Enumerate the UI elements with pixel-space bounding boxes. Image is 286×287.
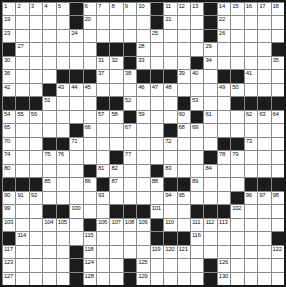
cell[interactable]: 40 xyxy=(190,69,203,82)
cell[interactable] xyxy=(230,245,243,258)
cell[interactable]: 76 xyxy=(56,150,69,163)
cell[interactable] xyxy=(29,218,42,231)
cell[interactable] xyxy=(257,42,270,55)
cell[interactable] xyxy=(123,191,136,204)
cell[interactable]: 105 xyxy=(56,218,69,231)
cell[interactable] xyxy=(244,245,257,258)
cell[interactable] xyxy=(42,245,55,258)
cell[interactable]: 114 xyxy=(15,231,28,244)
cell[interactable] xyxy=(29,272,42,285)
cell[interactable] xyxy=(56,164,69,177)
cell[interactable] xyxy=(56,123,69,136)
cell[interactable]: 88 xyxy=(150,177,163,190)
cell[interactable] xyxy=(257,218,270,231)
cell[interactable] xyxy=(163,272,176,285)
cell[interactable] xyxy=(15,137,28,150)
cell[interactable]: 120 xyxy=(163,245,176,258)
cell[interactable] xyxy=(29,29,42,42)
cell[interactable] xyxy=(230,218,243,231)
cell[interactable] xyxy=(257,123,270,136)
cell[interactable] xyxy=(42,231,55,244)
cell[interactable] xyxy=(230,258,243,271)
cell[interactable] xyxy=(42,15,55,28)
cell[interactable] xyxy=(257,69,270,82)
cell[interactable] xyxy=(244,258,257,271)
cell[interactable] xyxy=(83,42,96,55)
cell[interactable] xyxy=(203,123,216,136)
cell[interactable] xyxy=(257,204,270,217)
cell[interactable]: 77 xyxy=(123,150,136,163)
cell[interactable] xyxy=(56,15,69,28)
cell[interactable] xyxy=(15,218,28,231)
cell[interactable] xyxy=(203,96,216,109)
cell[interactable] xyxy=(15,204,28,217)
cell[interactable] xyxy=(56,272,69,285)
cell[interactable] xyxy=(190,137,203,150)
cell[interactable] xyxy=(190,42,203,55)
cell[interactable]: 109 xyxy=(136,218,149,231)
cell[interactable] xyxy=(69,231,82,244)
cell[interactable] xyxy=(244,272,257,285)
cell[interactable]: 80 xyxy=(2,164,15,177)
cell[interactable] xyxy=(244,29,257,42)
cell[interactable] xyxy=(177,150,190,163)
cell[interactable]: 91 xyxy=(15,191,28,204)
cell[interactable]: 90 xyxy=(2,191,15,204)
cell[interactable] xyxy=(177,137,190,150)
cell[interactable]: 100 xyxy=(69,204,82,217)
cell[interactable] xyxy=(136,150,149,163)
cell[interactable]: 43 xyxy=(56,83,69,96)
cell[interactable]: 14 xyxy=(217,2,230,15)
cell[interactable]: 35 xyxy=(271,56,284,69)
cell[interactable]: 41 xyxy=(244,69,257,82)
cell[interactable] xyxy=(271,272,284,285)
cell[interactable] xyxy=(257,272,270,285)
cell[interactable] xyxy=(217,123,230,136)
cell[interactable] xyxy=(42,164,55,177)
cell[interactable]: 16 xyxy=(244,2,257,15)
cell[interactable] xyxy=(29,204,42,217)
cell[interactable]: 104 xyxy=(42,218,55,231)
cell[interactable]: 29 xyxy=(203,42,216,55)
cell[interactable] xyxy=(96,29,109,42)
cell[interactable] xyxy=(271,137,284,150)
cell[interactable] xyxy=(136,245,149,258)
cell[interactable] xyxy=(271,218,284,231)
cell[interactable] xyxy=(56,42,69,55)
cell[interactable] xyxy=(15,69,28,82)
cell[interactable] xyxy=(163,110,176,123)
cell[interactable]: 108 xyxy=(123,218,136,231)
cell[interactable]: 17 xyxy=(257,2,270,15)
cell[interactable] xyxy=(69,191,82,204)
cell[interactable] xyxy=(230,15,243,28)
cell[interactable] xyxy=(217,42,230,55)
cell[interactable]: 67 xyxy=(123,123,136,136)
cell[interactable] xyxy=(244,150,257,163)
cell[interactable] xyxy=(96,258,109,271)
cell[interactable] xyxy=(96,272,109,285)
cell[interactable] xyxy=(96,137,109,150)
cell[interactable] xyxy=(96,231,109,244)
cell[interactable] xyxy=(271,258,284,271)
cell[interactable] xyxy=(177,204,190,217)
cell[interactable] xyxy=(15,83,28,96)
cell[interactable] xyxy=(177,258,190,271)
cell[interactable] xyxy=(244,56,257,69)
cell[interactable] xyxy=(15,258,28,271)
cell[interactable]: 124 xyxy=(83,258,96,271)
cell[interactable]: 33 xyxy=(136,56,149,69)
cell[interactable]: 15 xyxy=(230,2,243,15)
cell[interactable]: 65 xyxy=(2,123,15,136)
cell[interactable] xyxy=(257,258,270,271)
cell[interactable]: 44 xyxy=(69,83,82,96)
cell[interactable] xyxy=(163,96,176,109)
cell[interactable] xyxy=(83,191,96,204)
cell[interactable]: 36 xyxy=(2,69,15,82)
cell[interactable] xyxy=(69,96,82,109)
cell[interactable] xyxy=(136,231,149,244)
cell[interactable] xyxy=(15,29,28,42)
cell[interactable] xyxy=(150,150,163,163)
cell[interactable] xyxy=(244,204,257,217)
cell[interactable] xyxy=(136,177,149,190)
cell[interactable]: 89 xyxy=(190,177,203,190)
cell[interactable] xyxy=(29,15,42,28)
cell[interactable]: 49 xyxy=(217,83,230,96)
cell[interactable]: 122 xyxy=(271,245,284,258)
cell[interactable] xyxy=(244,164,257,177)
cell[interactable]: 118 xyxy=(83,245,96,258)
cell[interactable] xyxy=(190,164,203,177)
cell[interactable] xyxy=(29,137,42,150)
cell[interactable] xyxy=(69,56,82,69)
cell[interactable] xyxy=(56,96,69,109)
cell[interactable] xyxy=(217,177,230,190)
cell[interactable] xyxy=(69,164,82,177)
cell[interactable]: 102 xyxy=(230,204,243,217)
cell[interactable] xyxy=(109,231,122,244)
cell[interactable]: 25 xyxy=(150,29,163,42)
cell[interactable]: 55 xyxy=(15,110,28,123)
cell[interactable] xyxy=(96,150,109,163)
cell[interactable] xyxy=(83,96,96,109)
cell[interactable]: 128 xyxy=(83,272,96,285)
cell[interactable]: 86 xyxy=(83,177,96,190)
cell[interactable]: 112 xyxy=(203,218,216,231)
cell[interactable]: 37 xyxy=(96,69,109,82)
cell[interactable] xyxy=(42,56,55,69)
cell[interactable] xyxy=(271,150,284,163)
cell[interactable]: 130 xyxy=(217,272,230,285)
cell[interactable]: 73 xyxy=(244,137,257,150)
cell[interactable] xyxy=(257,137,270,150)
cell[interactable] xyxy=(109,191,122,204)
cell[interactable] xyxy=(136,123,149,136)
cell[interactable]: 58 xyxy=(109,110,122,123)
cell[interactable]: 107 xyxy=(109,218,122,231)
cell[interactable] xyxy=(123,231,136,244)
cell[interactable]: 34 xyxy=(203,56,216,69)
cell[interactable]: 6 xyxy=(83,2,96,15)
cell[interactable] xyxy=(271,123,284,136)
cell[interactable] xyxy=(257,164,270,177)
cell[interactable] xyxy=(190,150,203,163)
cell[interactable] xyxy=(177,83,190,96)
cell[interactable] xyxy=(150,96,163,109)
cell[interactable] xyxy=(136,137,149,150)
cell[interactable] xyxy=(150,123,163,136)
cell[interactable]: 97 xyxy=(257,191,270,204)
cell[interactable] xyxy=(109,272,122,285)
cell[interactable] xyxy=(271,69,284,82)
cell[interactable]: 56 xyxy=(29,110,42,123)
cell[interactable] xyxy=(123,137,136,150)
cell[interactable]: 54 xyxy=(2,110,15,123)
cell[interactable] xyxy=(29,150,42,163)
cell[interactable] xyxy=(29,123,42,136)
cell[interactable] xyxy=(257,29,270,42)
cell[interactable] xyxy=(42,191,55,204)
cell[interactable] xyxy=(257,245,270,258)
cell[interactable]: 30 xyxy=(2,56,15,69)
cell[interactable] xyxy=(217,245,230,258)
cell[interactable] xyxy=(230,164,243,177)
cell[interactable]: 53 xyxy=(190,96,203,109)
cell[interactable]: 63 xyxy=(257,110,270,123)
cell[interactable] xyxy=(56,56,69,69)
cell[interactable] xyxy=(83,56,96,69)
cell[interactable]: 79 xyxy=(230,150,243,163)
cell[interactable] xyxy=(29,245,42,258)
cell[interactable] xyxy=(177,164,190,177)
cell[interactable]: 47 xyxy=(150,83,163,96)
cell[interactable]: 19 xyxy=(2,15,15,28)
cell[interactable] xyxy=(29,69,42,82)
cell[interactable]: 103 xyxy=(2,218,15,231)
cell[interactable] xyxy=(136,15,149,28)
cell[interactable] xyxy=(150,272,163,285)
cell[interactable] xyxy=(217,110,230,123)
cell[interactable]: 110 xyxy=(163,218,176,231)
cell[interactable] xyxy=(136,164,149,177)
cell[interactable] xyxy=(83,29,96,42)
cell[interactable] xyxy=(109,137,122,150)
cell[interactable] xyxy=(15,123,28,136)
cell[interactable]: 94 xyxy=(163,191,176,204)
cell[interactable]: 52 xyxy=(123,96,136,109)
cell[interactable] xyxy=(150,258,163,271)
cell[interactable] xyxy=(69,42,82,55)
cell[interactable] xyxy=(42,272,55,285)
cell[interactable] xyxy=(203,231,216,244)
cell[interactable] xyxy=(15,15,28,28)
cell[interactable] xyxy=(150,137,163,150)
cell[interactable] xyxy=(257,56,270,69)
cell[interactable] xyxy=(123,164,136,177)
cell[interactable] xyxy=(96,245,109,258)
cell[interactable]: 75 xyxy=(42,150,55,163)
cell[interactable] xyxy=(42,123,55,136)
cell[interactable] xyxy=(163,29,176,42)
cell[interactable]: 4 xyxy=(42,2,55,15)
cell[interactable]: 121 xyxy=(177,245,190,258)
cell[interactable] xyxy=(217,164,230,177)
cell[interactable]: 45 xyxy=(83,83,96,96)
cell[interactable]: 12 xyxy=(177,2,190,15)
cell[interactable] xyxy=(230,272,243,285)
cell[interactable]: 50 xyxy=(230,83,243,96)
cell[interactable] xyxy=(29,42,42,55)
cell[interactable] xyxy=(123,83,136,96)
cell[interactable] xyxy=(257,231,270,244)
cell[interactable] xyxy=(96,15,109,28)
cell[interactable]: 48 xyxy=(163,83,176,96)
cell[interactable]: 57 xyxy=(96,110,109,123)
cell[interactable] xyxy=(230,56,243,69)
cell[interactable] xyxy=(177,272,190,285)
cell[interactable] xyxy=(177,42,190,55)
cell[interactable] xyxy=(83,204,96,217)
cell[interactable] xyxy=(230,123,243,136)
cell[interactable]: 20 xyxy=(83,15,96,28)
cell[interactable]: 95 xyxy=(177,191,190,204)
cell[interactable]: 69 xyxy=(190,123,203,136)
cell[interactable] xyxy=(203,69,216,82)
cell[interactable] xyxy=(190,29,203,42)
cell[interactable] xyxy=(217,96,230,109)
cell[interactable]: 7 xyxy=(96,2,109,15)
cell[interactable]: 23 xyxy=(2,29,15,42)
cell[interactable] xyxy=(150,110,163,123)
cell[interactable]: 96 xyxy=(244,191,257,204)
cell[interactable] xyxy=(244,15,257,28)
cell[interactable]: 87 xyxy=(109,177,122,190)
cell[interactable] xyxy=(136,191,149,204)
cell[interactable] xyxy=(123,29,136,42)
cell[interactable]: 51 xyxy=(42,96,55,109)
cell[interactable] xyxy=(163,150,176,163)
cell[interactable] xyxy=(271,29,284,42)
cell[interactable]: 82 xyxy=(109,164,122,177)
cell[interactable]: 123 xyxy=(2,258,15,271)
cell[interactable] xyxy=(56,245,69,258)
cell[interactable]: 22 xyxy=(217,15,230,28)
cell[interactable]: 2 xyxy=(15,2,28,15)
cell[interactable]: 5 xyxy=(56,2,69,15)
cell[interactable] xyxy=(83,110,96,123)
cell[interactable] xyxy=(29,83,42,96)
cell[interactable] xyxy=(217,231,230,244)
cell[interactable] xyxy=(190,191,203,204)
cell[interactable] xyxy=(271,204,284,217)
cell[interactable] xyxy=(56,231,69,244)
cell[interactable] xyxy=(56,258,69,271)
cell[interactable] xyxy=(56,191,69,204)
cell[interactable]: 32 xyxy=(109,56,122,69)
cell[interactable] xyxy=(190,15,203,28)
cell[interactable]: 24 xyxy=(69,29,82,42)
cell[interactable] xyxy=(29,258,42,271)
cell[interactable]: 125 xyxy=(136,258,149,271)
cell[interactable]: 13 xyxy=(190,2,203,15)
cell[interactable] xyxy=(203,245,216,258)
cell[interactable] xyxy=(56,177,69,190)
cell[interactable]: 74 xyxy=(2,150,15,163)
cell[interactable]: 1 xyxy=(2,2,15,15)
cell[interactable] xyxy=(96,123,109,136)
cell[interactable]: 66 xyxy=(83,123,96,136)
cell[interactable] xyxy=(96,83,109,96)
cell[interactable]: 3 xyxy=(29,2,42,15)
cell[interactable] xyxy=(203,177,216,190)
cell[interactable] xyxy=(150,42,163,55)
cell[interactable]: 72 xyxy=(163,137,176,150)
cell[interactable]: 71 xyxy=(69,137,82,150)
cell[interactable] xyxy=(15,245,28,258)
cell[interactable]: 84 xyxy=(203,164,216,177)
cell[interactable] xyxy=(15,164,28,177)
cell[interactable]: 10 xyxy=(136,2,149,15)
cell[interactable] xyxy=(123,177,136,190)
cell[interactable] xyxy=(83,150,96,163)
cell[interactable]: 85 xyxy=(42,177,55,190)
cell[interactable] xyxy=(109,83,122,96)
cell[interactable] xyxy=(271,15,284,28)
cell[interactable]: 64 xyxy=(271,110,284,123)
cell[interactable] xyxy=(150,56,163,69)
cell[interactable] xyxy=(69,218,82,231)
cell[interactable]: 99 xyxy=(2,204,15,217)
cell[interactable] xyxy=(217,191,230,204)
cell[interactable] xyxy=(230,29,243,42)
cell[interactable] xyxy=(15,272,28,285)
cell[interactable]: 39 xyxy=(177,69,190,82)
cell[interactable]: 129 xyxy=(136,272,149,285)
cell[interactable] xyxy=(42,29,55,42)
cell[interactable] xyxy=(190,258,203,271)
cell[interactable] xyxy=(136,29,149,42)
cell[interactable] xyxy=(29,56,42,69)
cell[interactable]: 18 xyxy=(271,2,284,15)
cell[interactable] xyxy=(109,29,122,42)
cell[interactable]: 31 xyxy=(96,56,109,69)
cell[interactable] xyxy=(177,15,190,28)
cell[interactable] xyxy=(15,56,28,69)
cell[interactable] xyxy=(109,123,122,136)
cell[interactable]: 81 xyxy=(96,164,109,177)
cell[interactable] xyxy=(271,164,284,177)
cell[interactable] xyxy=(190,245,203,258)
cell[interactable] xyxy=(56,110,69,123)
cell[interactable] xyxy=(123,245,136,258)
cell[interactable] xyxy=(203,191,216,204)
cell[interactable] xyxy=(163,56,176,69)
cell[interactable]: 60 xyxy=(177,110,190,123)
cell[interactable] xyxy=(69,150,82,163)
cell[interactable] xyxy=(257,150,270,163)
cell[interactable]: 38 xyxy=(123,69,136,82)
cell[interactable] xyxy=(29,164,42,177)
cell[interactable] xyxy=(109,69,122,82)
cell[interactable]: 8 xyxy=(109,2,122,15)
cell[interactable] xyxy=(230,110,243,123)
cell[interactable]: 42 xyxy=(2,83,15,96)
cell[interactable] xyxy=(56,29,69,42)
cell[interactable]: 98 xyxy=(271,191,284,204)
